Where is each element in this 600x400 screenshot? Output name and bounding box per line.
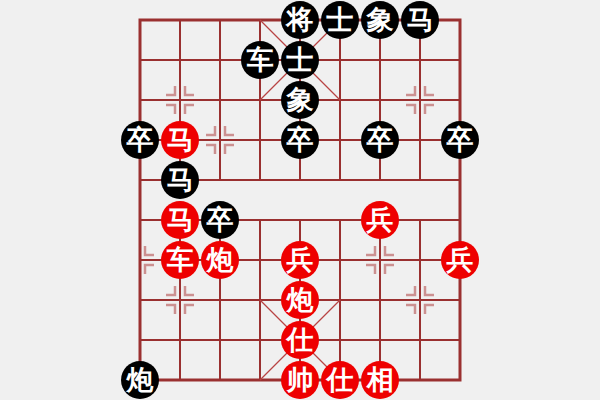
piece-black-advisor[interactable]: 士 (321, 1, 359, 39)
piece-black-horse[interactable]: 马 (161, 161, 199, 199)
piece-red-cannon[interactable]: 炮 (201, 241, 239, 279)
piece-red-soldier[interactable]: 兵 (361, 201, 399, 239)
piece-red-advisor[interactable]: 仕 (281, 321, 319, 359)
piece-black-general[interactable]: 将 (281, 1, 319, 39)
piece-red-cannon[interactable]: 炮 (281, 281, 319, 319)
piece-black-advisor[interactable]: 士 (281, 41, 319, 79)
piece-black-soldier[interactable]: 卒 (201, 201, 239, 239)
piece-red-soldier[interactable]: 兵 (441, 241, 479, 279)
piece-black-elephant[interactable]: 象 (361, 1, 399, 39)
piece-black-cannon[interactable]: 炮 (121, 361, 159, 399)
piece-black-elephant[interactable]: 象 (281, 81, 319, 119)
pieces-layer: 将士象马车士象卒马卒卒卒马马卒兵车炮兵兵炮仕炮帅仕相 (0, 0, 600, 400)
piece-black-soldier[interactable]: 卒 (361, 121, 399, 159)
piece-black-soldier[interactable]: 卒 (121, 121, 159, 159)
piece-red-soldier[interactable]: 兵 (281, 241, 319, 279)
piece-black-soldier[interactable]: 卒 (441, 121, 479, 159)
piece-red-advisor[interactable]: 仕 (321, 361, 359, 399)
piece-red-horse[interactable]: 马 (161, 121, 199, 159)
piece-black-soldier[interactable]: 卒 (281, 121, 319, 159)
xiangqi-board-screen: 将士象马车士象卒马卒卒卒马马卒兵车炮兵兵炮仕炮帅仕相 (0, 0, 600, 400)
piece-red-horse[interactable]: 马 (161, 201, 199, 239)
piece-red-chariot[interactable]: 车 (161, 241, 199, 279)
piece-black-chariot[interactable]: 车 (241, 41, 279, 79)
piece-red-general[interactable]: 帅 (281, 361, 319, 399)
piece-black-horse[interactable]: 马 (401, 1, 439, 39)
piece-red-elephant[interactable]: 相 (361, 361, 399, 399)
